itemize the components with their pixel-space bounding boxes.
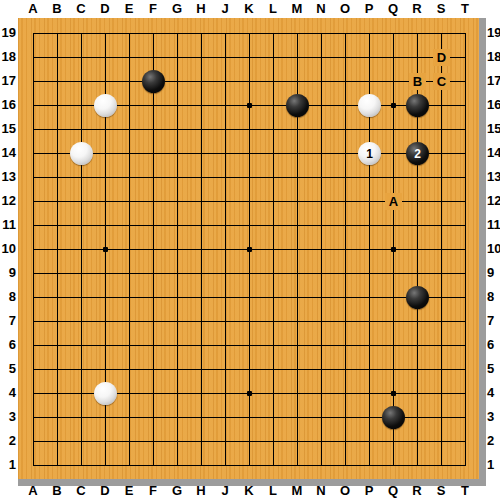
- board-intersection-c14[interactable]: [69, 141, 93, 165]
- board-intersection-k15[interactable]: [237, 117, 261, 141]
- board-intersection-p7[interactable]: [357, 309, 381, 333]
- board-intersection-e5[interactable]: [117, 357, 141, 381]
- board-intersection-j7[interactable]: [213, 309, 237, 333]
- board-intersection-r6[interactable]: [405, 333, 429, 357]
- board-intersection-h7[interactable]: [189, 309, 213, 333]
- board-intersection-g13[interactable]: [165, 165, 189, 189]
- white-stone[interactable]: [358, 94, 381, 117]
- board-intersection-j6[interactable]: [213, 333, 237, 357]
- board-intersection-k6[interactable]: [237, 333, 261, 357]
- board-intersection-c1[interactable]: [69, 453, 93, 477]
- board-intersection-h19[interactable]: [189, 21, 213, 45]
- board-intersection-g7[interactable]: [165, 309, 189, 333]
- board-intersection-l8[interactable]: [261, 285, 285, 309]
- board-intersection-b17[interactable]: [45, 69, 69, 93]
- board-intersection-f12[interactable]: [141, 189, 165, 213]
- board-intersection-t11[interactable]: [453, 213, 477, 237]
- board-intersection-j5[interactable]: [213, 357, 237, 381]
- board-intersection-a6[interactable]: [21, 333, 45, 357]
- board-intersection-q11[interactable]: [381, 213, 405, 237]
- black-stone[interactable]: [406, 286, 429, 309]
- board-intersection-n4[interactable]: [309, 381, 333, 405]
- board-intersection-e2[interactable]: [117, 429, 141, 453]
- black-stone[interactable]: [142, 70, 165, 93]
- board-intersection-m12[interactable]: [285, 189, 309, 213]
- board-intersection-p17[interactable]: [357, 69, 381, 93]
- board-intersection-p9[interactable]: [357, 261, 381, 285]
- board-intersection-l17[interactable]: [261, 69, 285, 93]
- board-intersection-g3[interactable]: [165, 405, 189, 429]
- board-intersection-j12[interactable]: [213, 189, 237, 213]
- board-intersection-t15[interactable]: [453, 117, 477, 141]
- board-intersection-q14[interactable]: [381, 141, 405, 165]
- board-intersection-l13[interactable]: [261, 165, 285, 189]
- board-intersection-q6[interactable]: [381, 333, 405, 357]
- board-intersection-f11[interactable]: [141, 213, 165, 237]
- board-intersection-f17[interactable]: [141, 69, 165, 93]
- board-intersection-c13[interactable]: [69, 165, 93, 189]
- board-intersection-m15[interactable]: [285, 117, 309, 141]
- board-intersection-c2[interactable]: [69, 429, 93, 453]
- board-intersection-n10[interactable]: [309, 237, 333, 261]
- board-intersection-n14[interactable]: [309, 141, 333, 165]
- board-intersection-q19[interactable]: [381, 21, 405, 45]
- board-intersection-d9[interactable]: [93, 261, 117, 285]
- board-intersection-c12[interactable]: [69, 189, 93, 213]
- board-intersection-l4[interactable]: [261, 381, 285, 405]
- board-intersection-m1[interactable]: [285, 453, 309, 477]
- board-intersection-o6[interactable]: [333, 333, 357, 357]
- board-intersection-a19[interactable]: [21, 21, 45, 45]
- board-intersection-p3[interactable]: [357, 405, 381, 429]
- board-intersection-a9[interactable]: [21, 261, 45, 285]
- board-intersection-n8[interactable]: [309, 285, 333, 309]
- board-intersection-o18[interactable]: [333, 45, 357, 69]
- board-intersection-s6[interactable]: [429, 333, 453, 357]
- board-intersection-s12[interactable]: [429, 189, 453, 213]
- board-intersection-q3[interactable]: [381, 405, 405, 429]
- board-intersection-q15[interactable]: [381, 117, 405, 141]
- board-intersection-e7[interactable]: [117, 309, 141, 333]
- board-intersection-t7[interactable]: [453, 309, 477, 333]
- board-intersection-l14[interactable]: [261, 141, 285, 165]
- board-intersection-g2[interactable]: [165, 429, 189, 453]
- board-intersection-p14[interactable]: 1: [357, 141, 381, 165]
- board-intersection-r16[interactable]: [405, 93, 429, 117]
- board-intersection-k3[interactable]: [237, 405, 261, 429]
- board-intersection-m5[interactable]: [285, 357, 309, 381]
- board-intersection-f9[interactable]: [141, 261, 165, 285]
- board-intersection-o5[interactable]: [333, 357, 357, 381]
- board-intersection-b18[interactable]: [45, 45, 69, 69]
- board-intersection-b6[interactable]: [45, 333, 69, 357]
- board-intersection-k18[interactable]: [237, 45, 261, 69]
- board-intersection-f7[interactable]: [141, 309, 165, 333]
- board-intersection-c15[interactable]: [69, 117, 93, 141]
- board-intersection-p4[interactable]: [357, 381, 381, 405]
- board-intersection-p6[interactable]: [357, 333, 381, 357]
- board-intersection-h17[interactable]: [189, 69, 213, 93]
- board-intersection-a11[interactable]: [21, 213, 45, 237]
- board-intersection-l16[interactable]: [261, 93, 285, 117]
- board-intersection-m2[interactable]: [285, 429, 309, 453]
- board-intersection-c11[interactable]: [69, 213, 93, 237]
- board-intersection-f2[interactable]: [141, 429, 165, 453]
- board-intersection-r8[interactable]: [405, 285, 429, 309]
- board-intersection-g17[interactable]: [165, 69, 189, 93]
- board-intersection-s16[interactable]: [429, 93, 453, 117]
- board-intersection-d8[interactable]: [93, 285, 117, 309]
- board-intersection-g4[interactable]: [165, 381, 189, 405]
- board-intersection-n7[interactable]: [309, 309, 333, 333]
- black-stone[interactable]: [382, 406, 405, 429]
- board-intersection-s19[interactable]: [429, 21, 453, 45]
- board-intersection-s9[interactable]: [429, 261, 453, 285]
- board-intersection-g15[interactable]: [165, 117, 189, 141]
- board-intersection-s8[interactable]: [429, 285, 453, 309]
- board-intersection-s10[interactable]: [429, 237, 453, 261]
- board-intersection-b19[interactable]: [45, 21, 69, 45]
- board-intersection-b5[interactable]: [45, 357, 69, 381]
- board-intersection-m13[interactable]: [285, 165, 309, 189]
- board-intersection-n2[interactable]: [309, 429, 333, 453]
- board-intersection-a5[interactable]: [21, 357, 45, 381]
- board-intersection-n3[interactable]: [309, 405, 333, 429]
- white-stone[interactable]: [94, 94, 117, 117]
- board-intersection-t2[interactable]: [453, 429, 477, 453]
- board-intersection-n16[interactable]: [309, 93, 333, 117]
- board-intersection-l18[interactable]: [261, 45, 285, 69]
- board-intersection-q9[interactable]: [381, 261, 405, 285]
- board-intersection-d16[interactable]: [93, 93, 117, 117]
- board-intersection-o19[interactable]: [333, 21, 357, 45]
- board-intersection-a3[interactable]: [21, 405, 45, 429]
- board-intersection-s14[interactable]: [429, 141, 453, 165]
- board-intersection-b15[interactable]: [45, 117, 69, 141]
- board-intersection-c19[interactable]: [69, 21, 93, 45]
- board-intersection-k9[interactable]: [237, 261, 261, 285]
- board-intersection-p19[interactable]: [357, 21, 381, 45]
- board-intersection-h10[interactable]: [189, 237, 213, 261]
- board-intersection-c18[interactable]: [69, 45, 93, 69]
- board-intersection-k14[interactable]: [237, 141, 261, 165]
- board-intersection-n17[interactable]: [309, 69, 333, 93]
- board-intersection-h14[interactable]: [189, 141, 213, 165]
- board-intersection-p11[interactable]: [357, 213, 381, 237]
- board-intersection-k4[interactable]: [237, 381, 261, 405]
- board-intersection-k13[interactable]: [237, 165, 261, 189]
- board-intersection-f14[interactable]: [141, 141, 165, 165]
- board-intersection-p1[interactable]: [357, 453, 381, 477]
- board-intersection-b16[interactable]: [45, 93, 69, 117]
- board-intersection-t17[interactable]: [453, 69, 477, 93]
- board-intersection-h9[interactable]: [189, 261, 213, 285]
- board-intersection-a15[interactable]: [21, 117, 45, 141]
- board-intersection-g16[interactable]: [165, 93, 189, 117]
- board-intersection-n1[interactable]: [309, 453, 333, 477]
- board-intersection-k5[interactable]: [237, 357, 261, 381]
- board-intersection-a4[interactable]: [21, 381, 45, 405]
- board-intersection-p2[interactable]: [357, 429, 381, 453]
- board-intersection-a17[interactable]: [21, 69, 45, 93]
- board-intersection-b13[interactable]: [45, 165, 69, 189]
- board-intersection-e12[interactable]: [117, 189, 141, 213]
- board-intersection-s11[interactable]: [429, 213, 453, 237]
- board-intersection-g10[interactable]: [165, 237, 189, 261]
- board-intersection-m8[interactable]: [285, 285, 309, 309]
- board-intersection-d6[interactable]: [93, 333, 117, 357]
- board-intersection-a14[interactable]: [21, 141, 45, 165]
- board-intersection-g19[interactable]: [165, 21, 189, 45]
- board-intersection-g6[interactable]: [165, 333, 189, 357]
- board-intersection-r18[interactable]: [405, 45, 429, 69]
- board-intersection-c6[interactable]: [69, 333, 93, 357]
- board-intersection-k2[interactable]: [237, 429, 261, 453]
- board-intersection-a18[interactable]: [21, 45, 45, 69]
- board-intersection-l5[interactable]: [261, 357, 285, 381]
- board-intersection-n13[interactable]: [309, 165, 333, 189]
- board-intersection-c4[interactable]: [69, 381, 93, 405]
- board-intersection-n15[interactable]: [309, 117, 333, 141]
- white-stone[interactable]: [94, 382, 117, 405]
- board-intersection-b1[interactable]: [45, 453, 69, 477]
- board-intersection-k12[interactable]: [237, 189, 261, 213]
- board-intersection-j15[interactable]: [213, 117, 237, 141]
- board-intersection-t18[interactable]: [453, 45, 477, 69]
- board-intersection-c3[interactable]: [69, 405, 93, 429]
- board-intersection-j4[interactable]: [213, 381, 237, 405]
- board-intersection-t12[interactable]: [453, 189, 477, 213]
- board-intersection-r10[interactable]: [405, 237, 429, 261]
- board-intersection-r9[interactable]: [405, 261, 429, 285]
- board-intersection-h11[interactable]: [189, 213, 213, 237]
- board-intersection-f10[interactable]: [141, 237, 165, 261]
- board-intersection-a12[interactable]: [21, 189, 45, 213]
- board-intersection-l1[interactable]: [261, 453, 285, 477]
- board-intersection-l15[interactable]: [261, 117, 285, 141]
- board-intersection-r2[interactable]: [405, 429, 429, 453]
- board-intersection-o11[interactable]: [333, 213, 357, 237]
- board-intersection-h15[interactable]: [189, 117, 213, 141]
- board-intersection-d7[interactable]: [93, 309, 117, 333]
- board-intersection-o8[interactable]: [333, 285, 357, 309]
- board-intersection-k16[interactable]: [237, 93, 261, 117]
- board-intersection-m7[interactable]: [285, 309, 309, 333]
- board-intersection-r12[interactable]: [405, 189, 429, 213]
- board-intersection-g9[interactable]: [165, 261, 189, 285]
- board-intersection-p8[interactable]: [357, 285, 381, 309]
- board-intersection-g11[interactable]: [165, 213, 189, 237]
- board-intersection-f16[interactable]: [141, 93, 165, 117]
- board-intersection-b10[interactable]: [45, 237, 69, 261]
- board-intersection-j1[interactable]: [213, 453, 237, 477]
- board-intersection-b12[interactable]: [45, 189, 69, 213]
- board-intersection-f18[interactable]: [141, 45, 165, 69]
- board-intersection-e3[interactable]: [117, 405, 141, 429]
- board-intersection-l19[interactable]: [261, 21, 285, 45]
- board-intersection-b14[interactable]: [45, 141, 69, 165]
- board-intersection-q7[interactable]: [381, 309, 405, 333]
- board-intersection-b3[interactable]: [45, 405, 69, 429]
- board-intersection-s1[interactable]: [429, 453, 453, 477]
- board-intersection-b9[interactable]: [45, 261, 69, 285]
- board-intersection-l9[interactable]: [261, 261, 285, 285]
- board-intersection-h5[interactable]: [189, 357, 213, 381]
- board-intersection-e13[interactable]: [117, 165, 141, 189]
- board-intersection-p18[interactable]: [357, 45, 381, 69]
- board-intersection-r5[interactable]: [405, 357, 429, 381]
- board-intersection-m6[interactable]: [285, 333, 309, 357]
- board-intersection-e18[interactable]: [117, 45, 141, 69]
- board-intersection-j13[interactable]: [213, 165, 237, 189]
- board-intersection-p15[interactable]: [357, 117, 381, 141]
- board-intersection-m10[interactable]: [285, 237, 309, 261]
- board-intersection-h2[interactable]: [189, 429, 213, 453]
- board-intersection-j9[interactable]: [213, 261, 237, 285]
- board-intersection-t8[interactable]: [453, 285, 477, 309]
- board-intersection-o4[interactable]: [333, 381, 357, 405]
- board-intersection-q16[interactable]: [381, 93, 405, 117]
- board-intersection-e17[interactable]: [117, 69, 141, 93]
- board-intersection-o2[interactable]: [333, 429, 357, 453]
- board-intersection-d13[interactable]: [93, 165, 117, 189]
- board-intersection-f19[interactable]: [141, 21, 165, 45]
- board-intersection-m17[interactable]: [285, 69, 309, 93]
- board-intersection-o9[interactable]: [333, 261, 357, 285]
- board-intersection-r17[interactable]: B: [405, 69, 429, 93]
- board-intersection-l6[interactable]: [261, 333, 285, 357]
- board-intersection-f15[interactable]: [141, 117, 165, 141]
- board-intersection-q17[interactable]: [381, 69, 405, 93]
- board-intersection-f3[interactable]: [141, 405, 165, 429]
- board-intersection-q12[interactable]: A: [381, 189, 405, 213]
- board-intersection-j18[interactable]: [213, 45, 237, 69]
- board-intersection-k11[interactable]: [237, 213, 261, 237]
- board-intersection-h3[interactable]: [189, 405, 213, 429]
- board-intersection-n6[interactable]: [309, 333, 333, 357]
- board-intersection-c17[interactable]: [69, 69, 93, 93]
- board-intersection-q8[interactable]: [381, 285, 405, 309]
- board-intersection-b4[interactable]: [45, 381, 69, 405]
- board-intersection-e16[interactable]: [117, 93, 141, 117]
- board-intersection-j14[interactable]: [213, 141, 237, 165]
- board-intersection-a16[interactable]: [21, 93, 45, 117]
- board-intersection-r7[interactable]: [405, 309, 429, 333]
- board-intersection-o1[interactable]: [333, 453, 357, 477]
- board-intersection-b2[interactable]: [45, 429, 69, 453]
- board-intersection-l12[interactable]: [261, 189, 285, 213]
- board-intersection-e11[interactable]: [117, 213, 141, 237]
- board-intersection-e19[interactable]: [117, 21, 141, 45]
- board-intersection-d15[interactable]: [93, 117, 117, 141]
- board-intersection-k8[interactable]: [237, 285, 261, 309]
- board-intersection-o14[interactable]: [333, 141, 357, 165]
- board-intersection-p12[interactable]: [357, 189, 381, 213]
- board-intersection-e6[interactable]: [117, 333, 141, 357]
- board-intersection-r13[interactable]: [405, 165, 429, 189]
- board-intersection-q10[interactable]: [381, 237, 405, 261]
- board-intersection-b7[interactable]: [45, 309, 69, 333]
- board-intersection-j16[interactable]: [213, 93, 237, 117]
- board-intersection-d5[interactable]: [93, 357, 117, 381]
- board-intersection-l11[interactable]: [261, 213, 285, 237]
- board-intersection-o15[interactable]: [333, 117, 357, 141]
- board-intersection-f5[interactable]: [141, 357, 165, 381]
- board-intersection-o13[interactable]: [333, 165, 357, 189]
- board-intersection-a2[interactable]: [21, 429, 45, 453]
- board-intersection-a8[interactable]: [21, 285, 45, 309]
- board-intersection-t9[interactable]: [453, 261, 477, 285]
- board-intersection-k10[interactable]: [237, 237, 261, 261]
- board-intersection-e8[interactable]: [117, 285, 141, 309]
- board-intersection-k7[interactable]: [237, 309, 261, 333]
- board-intersection-s18[interactable]: D: [429, 45, 453, 69]
- board-intersection-h18[interactable]: [189, 45, 213, 69]
- board-intersection-g12[interactable]: [165, 189, 189, 213]
- board-intersection-t14[interactable]: [453, 141, 477, 165]
- board-intersection-f6[interactable]: [141, 333, 165, 357]
- white-stone[interactable]: [70, 142, 93, 165]
- board-intersection-d2[interactable]: [93, 429, 117, 453]
- board-intersection-p13[interactable]: [357, 165, 381, 189]
- board-intersection-o3[interactable]: [333, 405, 357, 429]
- board-intersection-f13[interactable]: [141, 165, 165, 189]
- board-intersection-f8[interactable]: [141, 285, 165, 309]
- board-intersection-e1[interactable]: [117, 453, 141, 477]
- board-intersection-m11[interactable]: [285, 213, 309, 237]
- board-intersection-q13[interactable]: [381, 165, 405, 189]
- board-intersection-d1[interactable]: [93, 453, 117, 477]
- board-intersection-m18[interactable]: [285, 45, 309, 69]
- board-intersection-l7[interactable]: [261, 309, 285, 333]
- board-intersection-g14[interactable]: [165, 141, 189, 165]
- board-intersection-m14[interactable]: [285, 141, 309, 165]
- board-intersection-e9[interactable]: [117, 261, 141, 285]
- board-intersection-m3[interactable]: [285, 405, 309, 429]
- black-stone[interactable]: 2: [406, 142, 429, 165]
- board-intersection-c9[interactable]: [69, 261, 93, 285]
- board-intersection-e14[interactable]: [117, 141, 141, 165]
- board-intersection-n19[interactable]: [309, 21, 333, 45]
- board-intersection-j3[interactable]: [213, 405, 237, 429]
- board-intersection-j11[interactable]: [213, 213, 237, 237]
- board-intersection-r4[interactable]: [405, 381, 429, 405]
- board-intersection-q18[interactable]: [381, 45, 405, 69]
- board-intersection-d12[interactable]: [93, 189, 117, 213]
- board-intersection-d11[interactable]: [93, 213, 117, 237]
- board-intersection-d14[interactable]: [93, 141, 117, 165]
- board-intersection-r11[interactable]: [405, 213, 429, 237]
- board-intersection-p5[interactable]: [357, 357, 381, 381]
- board-intersection-h13[interactable]: [189, 165, 213, 189]
- black-stone[interactable]: [286, 94, 309, 117]
- board-intersection-l3[interactable]: [261, 405, 285, 429]
- board-intersection-r14[interactable]: 2: [405, 141, 429, 165]
- board-intersection-g8[interactable]: [165, 285, 189, 309]
- board-intersection-n18[interactable]: [309, 45, 333, 69]
- board-intersection-d18[interactable]: [93, 45, 117, 69]
- board-intersection-j17[interactable]: [213, 69, 237, 93]
- board-intersection-g18[interactable]: [165, 45, 189, 69]
- board-intersection-o16[interactable]: [333, 93, 357, 117]
- board-intersection-s3[interactable]: [429, 405, 453, 429]
- board-intersection-q1[interactable]: [381, 453, 405, 477]
- board-intersection-j8[interactable]: [213, 285, 237, 309]
- board-intersection-g5[interactable]: [165, 357, 189, 381]
- board-intersection-j19[interactable]: [213, 21, 237, 45]
- board-intersection-s4[interactable]: [429, 381, 453, 405]
- board-intersection-t19[interactable]: [453, 21, 477, 45]
